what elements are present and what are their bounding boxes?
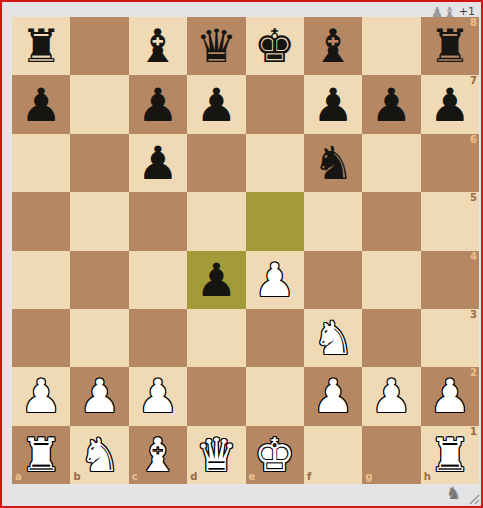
white-pawn[interactable]: ♟ xyxy=(70,367,128,425)
white-pawn[interactable]: ♟ xyxy=(421,367,479,425)
white-knight[interactable]: ♞ xyxy=(70,426,128,484)
square-a5[interactable] xyxy=(12,192,70,250)
black-bishop[interactable]: ♝ xyxy=(129,17,187,75)
square-h8[interactable]: ♜8 xyxy=(421,17,479,75)
black-king[interactable]: ♚ xyxy=(246,17,304,75)
square-h2[interactable]: ♟2 xyxy=(421,367,479,425)
square-e1[interactable]: ♚e xyxy=(246,426,304,484)
white-pawn[interactable]: ♟ xyxy=(362,367,420,425)
square-e8[interactable]: ♚ xyxy=(246,17,304,75)
black-rook[interactable]: ♜ xyxy=(12,17,70,75)
black-pawn[interactable]: ♟ xyxy=(129,75,187,133)
black-rook[interactable]: ♜ xyxy=(421,17,479,75)
square-f3[interactable]: ♞ xyxy=(304,309,362,367)
white-king[interactable]: ♚ xyxy=(246,426,304,484)
square-h5[interactable]: 5 xyxy=(421,192,479,250)
square-d5[interactable] xyxy=(187,192,245,250)
black-knight[interactable]: ♞ xyxy=(304,134,362,192)
square-g8[interactable] xyxy=(362,17,420,75)
captured-pieces-tray-white: ♞ xyxy=(446,484,461,503)
white-pawn[interactable]: ♟ xyxy=(129,367,187,425)
square-g2[interactable]: ♟ xyxy=(362,367,420,425)
square-c8[interactable]: ♝ xyxy=(129,17,187,75)
square-e6[interactable] xyxy=(246,134,304,192)
rank-label-3: 3 xyxy=(470,310,477,320)
square-d4[interactable]: ♟ xyxy=(187,251,245,309)
square-e2[interactable] xyxy=(246,367,304,425)
square-a7[interactable]: ♟ xyxy=(12,75,70,133)
square-a8[interactable]: ♜ xyxy=(12,17,70,75)
square-h6[interactable]: 6 xyxy=(421,134,479,192)
square-d3[interactable] xyxy=(187,309,245,367)
square-a2[interactable]: ♟ xyxy=(12,367,70,425)
square-b5[interactable] xyxy=(70,192,128,250)
black-pawn[interactable]: ♟ xyxy=(12,75,70,133)
square-d6[interactable] xyxy=(187,134,245,192)
square-b2[interactable]: ♟ xyxy=(70,367,128,425)
rank-label-6: 6 xyxy=(470,135,477,145)
square-g1[interactable]: g xyxy=(362,426,420,484)
square-c6[interactable]: ♟ xyxy=(129,134,187,192)
square-c7[interactable]: ♟ xyxy=(129,75,187,133)
white-queen[interactable]: ♛ xyxy=(187,426,245,484)
square-b8[interactable] xyxy=(70,17,128,75)
material-advantage: +1 xyxy=(459,6,475,17)
square-c5[interactable] xyxy=(129,192,187,250)
square-f7[interactable]: ♟ xyxy=(304,75,362,133)
square-d7[interactable]: ♟ xyxy=(187,75,245,133)
white-knight[interactable]: ♞ xyxy=(304,309,362,367)
square-e4[interactable]: ♟ xyxy=(246,251,304,309)
white-pawn[interactable]: ♟ xyxy=(304,367,362,425)
white-rook[interactable]: ♜ xyxy=(421,426,479,484)
square-b6[interactable] xyxy=(70,134,128,192)
black-bishop[interactable]: ♝ xyxy=(304,17,362,75)
square-h3[interactable]: 3 xyxy=(421,309,479,367)
black-pawn[interactable]: ♟ xyxy=(187,251,245,309)
file-label-f: f xyxy=(307,472,311,482)
square-b1[interactable]: ♞b xyxy=(70,426,128,484)
square-e7[interactable] xyxy=(246,75,304,133)
window-frame: ♟♝ +1 ♜♝♛♚♝♜8♟♟♟♟♟♟7♟♞65♟♟4♞3♟♟♟♟♟♟2♜a♞b… xyxy=(0,0,483,508)
square-e5[interactable] xyxy=(246,192,304,250)
captured-knight-icon: ♞ xyxy=(446,483,461,503)
square-d1[interactable]: ♛d xyxy=(187,426,245,484)
white-rook[interactable]: ♜ xyxy=(12,426,70,484)
square-d8[interactable]: ♛ xyxy=(187,17,245,75)
square-f1[interactable]: f xyxy=(304,426,362,484)
square-a6[interactable] xyxy=(12,134,70,192)
square-g7[interactable]: ♟ xyxy=(362,75,420,133)
square-h7[interactable]: ♟7 xyxy=(421,75,479,133)
black-pawn[interactable]: ♟ xyxy=(129,134,187,192)
square-a4[interactable] xyxy=(12,251,70,309)
white-bishop[interactable]: ♝ xyxy=(129,426,187,484)
square-h1[interactable]: ♜h1 xyxy=(421,426,479,484)
white-pawn[interactable]: ♟ xyxy=(12,367,70,425)
square-g5[interactable] xyxy=(362,192,420,250)
square-g6[interactable] xyxy=(362,134,420,192)
square-b7[interactable] xyxy=(70,75,128,133)
square-c2[interactable]: ♟ xyxy=(129,367,187,425)
black-queen[interactable]: ♛ xyxy=(187,17,245,75)
square-b3[interactable] xyxy=(70,309,128,367)
black-pawn[interactable]: ♟ xyxy=(187,75,245,133)
square-e3[interactable] xyxy=(246,309,304,367)
black-pawn[interactable]: ♟ xyxy=(304,75,362,133)
rank-label-4: 4 xyxy=(470,252,477,262)
white-player-bar: ♞ xyxy=(4,482,479,504)
square-a3[interactable] xyxy=(12,309,70,367)
square-f2[interactable]: ♟ xyxy=(304,367,362,425)
rank-label-5: 5 xyxy=(470,193,477,203)
black-pawn[interactable]: ♟ xyxy=(421,75,479,133)
file-label-g: g xyxy=(365,472,372,482)
square-g3[interactable] xyxy=(362,309,420,367)
black-pawn[interactable]: ♟ xyxy=(362,75,420,133)
square-c3[interactable] xyxy=(129,309,187,367)
square-c1[interactable]: ♝c xyxy=(129,426,187,484)
square-b4[interactable] xyxy=(70,251,128,309)
square-g4[interactable] xyxy=(362,251,420,309)
square-f8[interactable]: ♝ xyxy=(304,17,362,75)
square-a1[interactable]: ♜a xyxy=(12,426,70,484)
white-pawn[interactable]: ♟ xyxy=(246,251,304,309)
square-f5[interactable] xyxy=(304,192,362,250)
square-h4[interactable]: 4 xyxy=(421,251,479,309)
chess-board[interactable]: ♜♝♛♚♝♜8♟♟♟♟♟♟7♟♞65♟♟4♞3♟♟♟♟♟♟2♜a♞b♝c♛d♚e… xyxy=(12,17,479,484)
square-f6[interactable]: ♞ xyxy=(304,134,362,192)
square-c4[interactable] xyxy=(129,251,187,309)
square-f4[interactable] xyxy=(304,251,362,309)
square-d2[interactable] xyxy=(187,367,245,425)
